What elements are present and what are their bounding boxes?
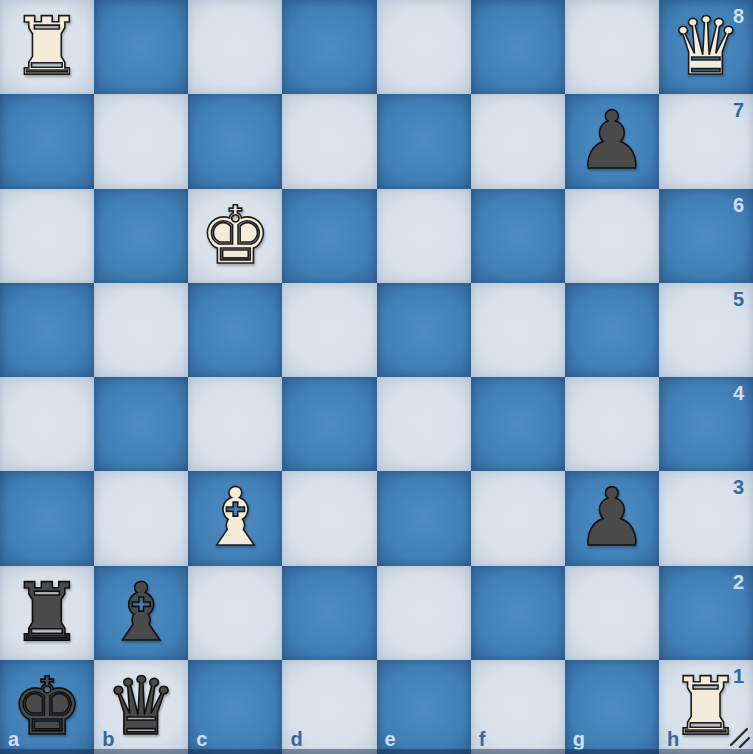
square-a3[interactable] [0,471,94,565]
square-g3[interactable]: ♟ [565,471,659,565]
square-e4[interactable] [377,377,471,471]
square-a2[interactable]: ♜ [0,566,94,660]
square-d5[interactable] [282,283,376,377]
piece-black-rook[interactable]: ♜ [0,566,94,660]
coord-rank-4: 4 [733,382,744,405]
square-g2[interactable] [565,566,659,660]
square-h2[interactable]: 2 [659,566,753,660]
coord-rank-8: 8 [733,5,744,28]
square-f3[interactable] [471,471,565,565]
square-g6[interactable] [565,189,659,283]
square-d3[interactable] [282,471,376,565]
coord-file-e: e [385,728,396,751]
square-e7[interactable] [377,94,471,188]
square-e6[interactable] [377,189,471,283]
square-e3[interactable] [377,471,471,565]
square-d8[interactable] [282,0,376,94]
square-f1[interactable]: f [471,660,565,754]
square-h8[interactable]: ♛8 [659,0,753,94]
square-g4[interactable] [565,377,659,471]
square-h6[interactable]: 6 [659,189,753,283]
coord-rank-5: 5 [733,288,744,311]
square-b4[interactable] [94,377,188,471]
square-a8[interactable]: ♜ [0,0,94,94]
square-d7[interactable] [282,94,376,188]
square-h5[interactable]: 5 [659,283,753,377]
square-f5[interactable] [471,283,565,377]
square-g8[interactable] [565,0,659,94]
piece-black-pawn[interactable]: ♟ [565,471,659,565]
square-c7[interactable] [188,94,282,188]
square-e2[interactable] [377,566,471,660]
coord-file-c: c [196,728,207,751]
square-b2[interactable]: ♝ [94,566,188,660]
square-e1[interactable]: e [377,660,471,754]
square-c8[interactable] [188,0,282,94]
square-a4[interactable] [0,377,94,471]
square-b6[interactable] [94,189,188,283]
square-a1[interactable]: ♚a [0,660,94,754]
coord-file-f: f [479,728,486,751]
piece-white-rook[interactable]: ♜ [0,0,94,94]
square-b5[interactable] [94,283,188,377]
square-f2[interactable] [471,566,565,660]
square-c4[interactable] [188,377,282,471]
coord-file-h: h [667,728,679,751]
square-g7[interactable]: ♟ [565,94,659,188]
square-b8[interactable] [94,0,188,94]
square-f8[interactable] [471,0,565,94]
square-d2[interactable] [282,566,376,660]
square-a6[interactable] [0,189,94,283]
square-a7[interactable] [0,94,94,188]
square-f7[interactable] [471,94,565,188]
square-c3[interactable]: ♝ [188,471,282,565]
square-e5[interactable] [377,283,471,377]
coord-rank-7: 7 [733,99,744,122]
square-h7[interactable]: 7 [659,94,753,188]
piece-black-bishop[interactable]: ♝ [94,566,188,660]
square-f4[interactable] [471,377,565,471]
square-b1[interactable]: ♛b [94,660,188,754]
square-d4[interactable] [282,377,376,471]
piece-white-bishop[interactable]: ♝ [188,471,282,565]
board-resize-handle[interactable] [727,725,751,749]
square-g1[interactable]: g [565,660,659,754]
square-g5[interactable] [565,283,659,377]
square-c1[interactable]: c [188,660,282,754]
coord-rank-6: 6 [733,194,744,217]
square-c6[interactable]: ♚ [188,189,282,283]
square-e8[interactable] [377,0,471,94]
coord-rank-3: 3 [733,476,744,499]
square-b3[interactable] [94,471,188,565]
square-b7[interactable] [94,94,188,188]
coord-file-a: a [8,728,19,751]
square-d6[interactable] [282,189,376,283]
piece-white-king[interactable]: ♚ [188,189,282,283]
chess-board: ♜♛8♟7♚654♝♟3♜♝2♚a♛bcdefg♜1h [0,0,753,754]
coord-rank-1: 1 [733,665,744,688]
square-h3[interactable]: 3 [659,471,753,565]
coord-rank-2: 2 [733,571,744,594]
square-c2[interactable] [188,566,282,660]
square-h4[interactable]: 4 [659,377,753,471]
square-a5[interactable] [0,283,94,377]
square-f6[interactable] [471,189,565,283]
square-d1[interactable]: d [282,660,376,754]
coord-file-g: g [573,728,585,751]
square-c5[interactable] [188,283,282,377]
coord-file-b: b [102,728,114,751]
piece-black-pawn[interactable]: ♟ [565,94,659,188]
coord-file-d: d [290,728,302,751]
